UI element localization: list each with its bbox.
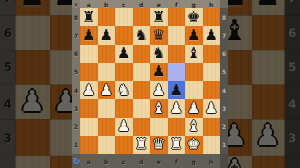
rank-label-right-1: 1	[220, 136, 228, 154]
square-a1[interactable]	[80, 136, 98, 154]
square-c8[interactable]	[115, 8, 133, 26]
rank-label-right-8: 8	[220, 8, 228, 26]
rank-label-right-4: 4	[285, 85, 300, 120]
rank-label-right-2: 2	[285, 155, 300, 168]
square-h3: ♟	[251, 120, 285, 155]
square-h6[interactable]	[203, 45, 221, 63]
rank-label-right-6: 6	[220, 45, 228, 63]
file-label-d: d	[133, 0, 151, 8]
rank-label-left-5: 5	[72, 63, 80, 81]
square-a8[interactable]: ♜	[80, 8, 98, 26]
piece-white-bishop: ♝	[187, 119, 200, 134]
square-f4[interactable]: ♟	[168, 81, 186, 99]
square-e6[interactable]: ♞	[150, 45, 168, 63]
square-e5[interactable]: ♟	[150, 63, 168, 81]
square-a4: ♟	[15, 85, 49, 120]
square-f5[interactable]	[168, 63, 186, 81]
square-d8[interactable]	[133, 8, 151, 26]
top-left-corner-icon[interactable]: ✕	[72, 0, 80, 8]
file-label-bottom-e: e	[150, 154, 168, 168]
square-d3[interactable]	[133, 99, 151, 117]
file-label-a: a	[80, 0, 98, 8]
square-h7[interactable]: ♟	[203, 26, 221, 44]
piece-black-pawn: ♟	[19, 0, 45, 10]
square-g4[interactable]	[185, 81, 203, 99]
rank-label-left-8: 8	[72, 8, 80, 26]
file-label-bottom-f: f	[168, 154, 186, 168]
piece-black-pawn: ♟	[152, 64, 165, 79]
square-a6	[15, 15, 49, 50]
rank-label-left-2: 2	[72, 118, 80, 136]
flip-board-icon: ↻	[72, 156, 80, 166]
rank-label-left-4: 4	[72, 81, 80, 99]
square-b6[interactable]	[98, 45, 116, 63]
square-h6	[251, 15, 285, 50]
square-b3[interactable]	[98, 99, 116, 117]
piece-white-knight: ♞	[117, 82, 130, 97]
rank-label-right-5: 5	[285, 50, 300, 85]
square-a4[interactable]: ♟	[80, 81, 98, 99]
piece-white-pawn: ♟	[170, 100, 183, 115]
square-d1[interactable]: ♜	[133, 136, 151, 154]
square-c6[interactable]: ♟	[115, 45, 133, 63]
square-e3[interactable]: ♝	[150, 99, 168, 117]
file-label-bottom-g: g	[185, 154, 203, 168]
square-h8[interactable]	[203, 8, 221, 26]
piece-white-bishop: ♝	[152, 100, 165, 115]
piece-white-pawn: ♟	[82, 82, 95, 97]
square-h1[interactable]	[203, 136, 221, 154]
square-c1[interactable]	[115, 136, 133, 154]
file-label-bottom-d: d	[133, 154, 151, 168]
square-d7[interactable]: ♞	[133, 26, 151, 44]
square-e4[interactable]: ♟	[150, 81, 168, 99]
square-d6[interactable]	[133, 45, 151, 63]
file-label-bottom-b: b	[98, 154, 116, 168]
square-a2[interactable]	[80, 118, 98, 136]
piece-black-pawn: ♟	[82, 27, 95, 42]
rank-label-right-3: 3	[285, 120, 300, 155]
rank-label-left-1: 1	[72, 136, 80, 154]
square-h2	[251, 155, 285, 168]
square-g5[interactable]	[185, 63, 203, 81]
rank-label-left-5: 5	[0, 50, 15, 85]
square-g6[interactable]: ♝	[185, 45, 203, 63]
square-a5[interactable]	[80, 63, 98, 81]
square-a7[interactable]: ♟	[80, 26, 98, 44]
square-a3[interactable]	[80, 99, 98, 117]
file-label-bottom-c: c	[115, 154, 133, 168]
file-label-bottom-h: h	[203, 154, 221, 168]
piece-white-pawn: ♟	[255, 122, 281, 151]
square-h5[interactable]	[203, 63, 221, 81]
rank-label-left-7: 7	[0, 0, 15, 15]
app-corner-icon: ✕	[73, 1, 78, 8]
rank-label-left-3: 3	[72, 99, 80, 117]
file-label-g: g	[185, 0, 203, 8]
square-d5[interactable]	[133, 63, 151, 81]
square-f2[interactable]	[168, 118, 186, 136]
piece-black-pawn: ♟	[117, 46, 130, 61]
square-g8[interactable]: ♚	[185, 8, 203, 26]
square-f8[interactable]	[168, 8, 186, 26]
rank-label-left-2: 2	[0, 155, 15, 168]
square-a5	[15, 50, 49, 85]
piece-black-knight: ♞	[152, 46, 165, 61]
rank-label-left-3: 3	[0, 120, 15, 155]
file-label-b: b	[98, 0, 116, 8]
piece-black-pawn: ♟	[100, 27, 113, 42]
square-e7[interactable]: ♛	[150, 26, 168, 44]
square-c3[interactable]	[115, 99, 133, 117]
rank-label-right-4: 4	[220, 81, 228, 99]
piece-white-rook: ♜	[170, 137, 183, 152]
rank-label-right-6: 6	[285, 15, 300, 50]
piece-black-pawn: ♟	[255, 0, 281, 10]
piece-white-pawn: ♟	[117, 119, 130, 134]
square-h2[interactable]	[203, 118, 221, 136]
square-b8[interactable]	[98, 8, 116, 26]
top-right-corner	[220, 0, 228, 8]
square-b4[interactable]: ♟	[98, 81, 116, 99]
video-frame: ✕abcdefgh8♜♜♚87♟♟♞♛♟♟76♟♞♝65♟54♟♟♞♟♟43♝♟…	[0, 0, 300, 168]
square-f1[interactable]: ♜	[168, 136, 186, 154]
rank-label-right-3: 3	[220, 99, 228, 117]
chess-board: ✕abcdefgh8♜♜♚87♟♟♞♛♟♟76♟♞♝65♟54♟♟♞♟♟43♝♟…	[72, 0, 228, 168]
square-g3[interactable]: ♟	[185, 99, 203, 117]
rank-label-left-6: 6	[72, 45, 80, 63]
square-e2[interactable]	[150, 118, 168, 136]
piece-black-rook: ♜	[82, 9, 95, 24]
piece-black-queen: ♛	[152, 27, 165, 42]
piece-white-queen: ♛	[152, 137, 165, 152]
square-a6[interactable]	[80, 45, 98, 63]
square-a2	[15, 155, 49, 168]
square-g2[interactable]: ♝	[185, 118, 203, 136]
piece-black-bishop: ♝	[187, 46, 200, 61]
bottom-right-corner	[220, 154, 228, 168]
rank-label-right-7: 7	[285, 0, 300, 15]
file-label-bottom-a: a	[80, 154, 98, 168]
square-h5	[251, 50, 285, 85]
square-c2[interactable]: ♟	[115, 118, 133, 136]
square-g7[interactable]: ♟	[185, 26, 203, 44]
square-d4[interactable]	[133, 81, 151, 99]
piece-black-pawn: ♟	[187, 27, 200, 42]
square-b7[interactable]: ♟	[98, 26, 116, 44]
square-f6[interactable]	[168, 45, 186, 63]
rank-label-right-5: 5	[220, 63, 228, 81]
piece-white-pawn: ♟	[187, 100, 200, 115]
flip-board-button[interactable]: ↻	[72, 154, 80, 168]
rank-label-left-4: 4	[0, 85, 15, 120]
square-a7: ♟	[15, 0, 49, 15]
square-b5[interactable]	[98, 63, 116, 81]
square-h3[interactable]: ♟	[203, 99, 221, 117]
piece-black-rook: ♜	[152, 9, 165, 24]
rank-label-right-7: 7	[220, 26, 228, 44]
rank-label-left-6: 6	[0, 15, 15, 50]
piece-white-king: ♚	[187, 137, 200, 152]
square-a3	[15, 120, 49, 155]
piece-black-pawn: ♟	[205, 27, 218, 42]
piece-black-pawn: ♟	[170, 82, 183, 97]
rank-label-left-7: 7	[72, 26, 80, 44]
square-c7[interactable]	[115, 26, 133, 44]
square-c5[interactable]	[115, 63, 133, 81]
file-label-f: f	[168, 0, 186, 8]
square-g1[interactable]: ♚	[185, 136, 203, 154]
piece-white-pawn: ♟	[205, 100, 218, 115]
square-f7[interactable]	[168, 26, 186, 44]
square-b1[interactable]	[98, 136, 116, 154]
rank-label-right-2: 2	[220, 118, 228, 136]
piece-black-knight: ♞	[135, 27, 148, 42]
square-h4	[251, 85, 285, 120]
file-label-e: e	[150, 0, 168, 8]
square-c4[interactable]: ♞	[115, 81, 133, 99]
piece-white-pawn: ♟	[152, 82, 165, 97]
square-e1[interactable]: ♛	[150, 136, 168, 154]
piece-white-pawn: ♟	[100, 82, 113, 97]
square-d2[interactable]	[133, 118, 151, 136]
square-h7: ♟	[251, 0, 285, 15]
file-label-c: c	[115, 0, 133, 8]
piece-white-rook: ♜	[135, 137, 148, 152]
square-b2[interactable]	[98, 118, 116, 136]
square-f3[interactable]: ♟	[168, 99, 186, 117]
piece-white-pawn: ♟	[19, 87, 45, 116]
square-h4[interactable]	[203, 81, 221, 99]
chess-app-panel: ✕abcdefgh8♜♜♚87♟♟♞♛♟♟76♟♞♝65♟54♟♟♞♟♟43♝♟…	[72, 0, 228, 168]
square-e8[interactable]: ♜	[150, 8, 168, 26]
piece-black-king: ♚	[187, 9, 200, 24]
file-label-h: h	[203, 0, 221, 8]
